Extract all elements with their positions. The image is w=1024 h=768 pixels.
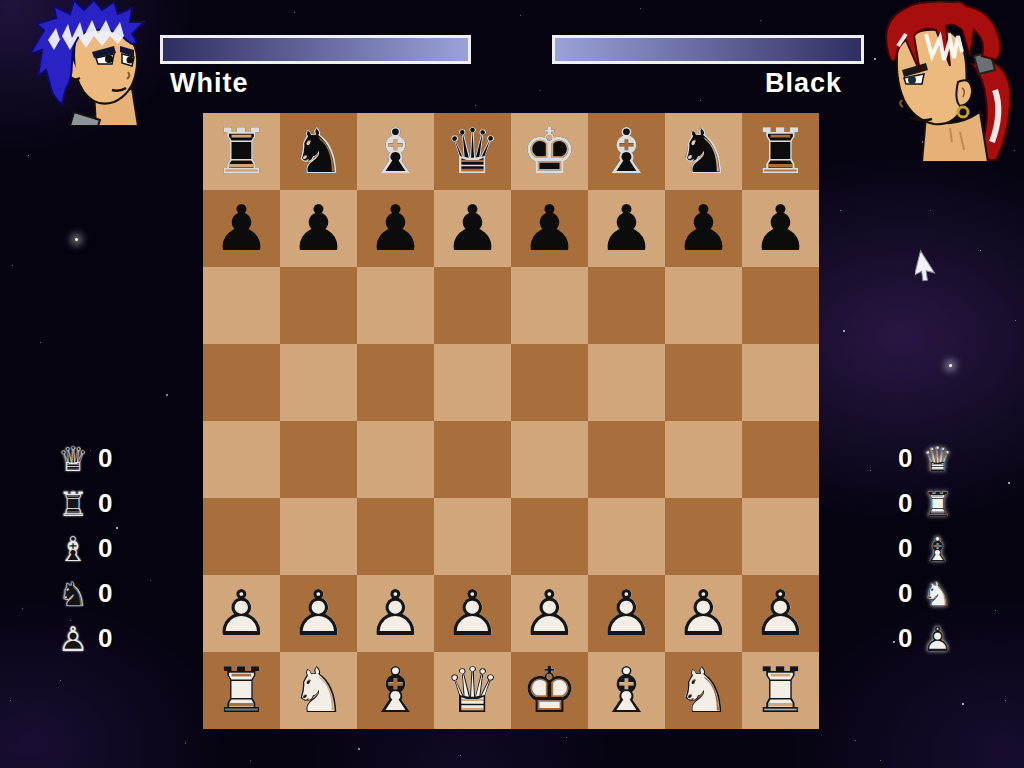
piece-black-pawn: ♟ bbox=[357, 190, 434, 267]
capture-counter-knight: ♞♘0 bbox=[898, 571, 956, 616]
piece-white-rook: ♜♖ bbox=[203, 652, 280, 729]
square-h4[interactable] bbox=[742, 421, 819, 498]
square-g7[interactable]: ♟ bbox=[665, 190, 742, 267]
square-e5[interactable] bbox=[511, 344, 588, 421]
capture-counter-queen: ♛♕0 bbox=[54, 436, 112, 481]
piece-black-rook: ♜♖ bbox=[203, 113, 280, 190]
piece-white-bishop: ♝♗ bbox=[588, 652, 665, 729]
square-e2[interactable]: ♟♙ bbox=[511, 575, 588, 652]
pawn-icon: ♟♙ bbox=[918, 618, 956, 660]
piece-black-pawn: ♟ bbox=[742, 190, 819, 267]
white-player-avatar bbox=[22, 0, 156, 126]
bishop-capture-count: 0 bbox=[98, 533, 112, 564]
piece-white-pawn: ♟♙ bbox=[357, 575, 434, 652]
capture-counter-rook: ♜♖0 bbox=[898, 481, 956, 526]
square-f1[interactable]: ♝♗ bbox=[588, 652, 665, 729]
queen-capture-count: 0 bbox=[98, 443, 112, 474]
square-d8[interactable]: ♛♕ bbox=[434, 113, 511, 190]
square-f3[interactable] bbox=[588, 498, 665, 575]
square-b2[interactable]: ♟♙ bbox=[280, 575, 357, 652]
piece-white-queen: ♛♕ bbox=[434, 652, 511, 729]
square-f4[interactable] bbox=[588, 421, 665, 498]
square-g4[interactable] bbox=[665, 421, 742, 498]
square-g5[interactable] bbox=[665, 344, 742, 421]
chess-game-screen: White Black ♜♖♞♘♝♗♛♕♚♔♝♗♞♘♜♖♟♟♟♟♟♟♟♟♟♙♟♙… bbox=[0, 0, 1024, 768]
rook-capture-count: 0 bbox=[98, 488, 112, 519]
square-c6[interactable] bbox=[357, 267, 434, 344]
capture-counter-knight: ♞♘0 bbox=[54, 571, 112, 616]
rook-icon: ♜♖ bbox=[918, 483, 956, 525]
square-h1[interactable]: ♜♖ bbox=[742, 652, 819, 729]
piece-black-pawn: ♟ bbox=[665, 190, 742, 267]
piece-white-knight: ♞♘ bbox=[665, 652, 742, 729]
piece-black-knight: ♞♘ bbox=[665, 113, 742, 190]
square-h3[interactable] bbox=[742, 498, 819, 575]
capture-counter-bishop: ♝♗0 bbox=[898, 526, 956, 571]
rook-icon: ♜♖ bbox=[54, 483, 92, 525]
square-a4[interactable] bbox=[203, 421, 280, 498]
square-b4[interactable] bbox=[280, 421, 357, 498]
square-h5[interactable] bbox=[742, 344, 819, 421]
piece-white-pawn: ♟♙ bbox=[434, 575, 511, 652]
red-haired-character bbox=[862, 0, 1024, 162]
square-c8[interactable]: ♝♗ bbox=[357, 113, 434, 190]
square-d5[interactable] bbox=[434, 344, 511, 421]
piece-black-rook: ♜♖ bbox=[742, 113, 819, 190]
pawn-icon: ♟♙ bbox=[54, 618, 92, 660]
piece-black-pawn: ♟ bbox=[588, 190, 665, 267]
knight-icon: ♞♘ bbox=[54, 573, 92, 615]
square-d7[interactable]: ♟ bbox=[434, 190, 511, 267]
square-c3[interactable] bbox=[357, 498, 434, 575]
blue-haired-character bbox=[22, 0, 156, 126]
square-e7[interactable]: ♟ bbox=[511, 190, 588, 267]
square-h2[interactable]: ♟♙ bbox=[742, 575, 819, 652]
square-e1[interactable]: ♚♔ bbox=[511, 652, 588, 729]
piece-black-bishop: ♝♗ bbox=[588, 113, 665, 190]
square-f2[interactable]: ♟♙ bbox=[588, 575, 665, 652]
black-capture-counters: ♛♕0♜♖0♝♗0♞♘0♟♙0 bbox=[898, 436, 956, 661]
mouse-arrow-cursor bbox=[915, 249, 943, 287]
capture-counter-pawn: ♟♙0 bbox=[898, 616, 956, 661]
square-a2[interactable]: ♟♙ bbox=[203, 575, 280, 652]
square-a3[interactable] bbox=[203, 498, 280, 575]
square-b3[interactable] bbox=[280, 498, 357, 575]
knight-capture-count: 0 bbox=[98, 578, 112, 609]
square-h7[interactable]: ♟ bbox=[742, 190, 819, 267]
square-e6[interactable] bbox=[511, 267, 588, 344]
earring-icon bbox=[958, 107, 968, 117]
queen-icon: ♛♕ bbox=[918, 438, 956, 480]
bishop-capture-count: 0 bbox=[898, 533, 912, 564]
piece-white-rook: ♜♖ bbox=[742, 652, 819, 729]
square-g6[interactable] bbox=[665, 267, 742, 344]
piece-black-queen: ♛♕ bbox=[434, 113, 511, 190]
square-a6[interactable] bbox=[203, 267, 280, 344]
pawn-capture-count: 0 bbox=[898, 623, 912, 654]
square-c4[interactable] bbox=[357, 421, 434, 498]
piece-black-pawn: ♟ bbox=[434, 190, 511, 267]
square-g3[interactable] bbox=[665, 498, 742, 575]
square-b8[interactable]: ♞♘ bbox=[280, 113, 357, 190]
piece-white-pawn: ♟♙ bbox=[588, 575, 665, 652]
square-f6[interactable] bbox=[588, 267, 665, 344]
square-c7[interactable]: ♟ bbox=[357, 190, 434, 267]
square-h8[interactable]: ♜♖ bbox=[742, 113, 819, 190]
piece-black-knight: ♞♘ bbox=[280, 113, 357, 190]
capture-counter-bishop: ♝♗0 bbox=[54, 526, 112, 571]
square-a5[interactable] bbox=[203, 344, 280, 421]
square-d3[interactable] bbox=[434, 498, 511, 575]
piece-white-pawn: ♟♙ bbox=[742, 575, 819, 652]
square-c5[interactable] bbox=[357, 344, 434, 421]
capture-counter-rook: ♜♖0 bbox=[54, 481, 112, 526]
square-a1[interactable]: ♜♖ bbox=[203, 652, 280, 729]
piece-black-pawn: ♟ bbox=[511, 190, 588, 267]
square-c2[interactable]: ♟♙ bbox=[357, 575, 434, 652]
square-e3[interactable] bbox=[511, 498, 588, 575]
square-e4[interactable] bbox=[511, 421, 588, 498]
square-b6[interactable] bbox=[280, 267, 357, 344]
square-b5[interactable] bbox=[280, 344, 357, 421]
piece-white-king: ♚♔ bbox=[511, 652, 588, 729]
piece-black-bishop: ♝♗ bbox=[357, 113, 434, 190]
piece-black-pawn: ♟ bbox=[280, 190, 357, 267]
queen-icon: ♛♕ bbox=[54, 438, 92, 480]
piece-black-pawn: ♟ bbox=[203, 190, 280, 267]
piece-white-pawn: ♟♙ bbox=[665, 575, 742, 652]
piece-white-pawn: ♟♙ bbox=[280, 575, 357, 652]
black-player-bar bbox=[552, 35, 864, 64]
square-g2[interactable]: ♟♙ bbox=[665, 575, 742, 652]
square-h6[interactable] bbox=[742, 267, 819, 344]
rook-capture-count: 0 bbox=[898, 488, 912, 519]
bishop-icon: ♝♗ bbox=[918, 528, 956, 570]
piece-black-king: ♚♔ bbox=[511, 113, 588, 190]
knight-capture-count: 0 bbox=[898, 578, 912, 609]
square-b7[interactable]: ♟ bbox=[280, 190, 357, 267]
white-player-bar bbox=[160, 35, 471, 64]
square-d4[interactable] bbox=[434, 421, 511, 498]
square-d6[interactable] bbox=[434, 267, 511, 344]
black-player-avatar bbox=[862, 0, 1024, 162]
chess-board: ♜♖♞♘♝♗♛♕♚♔♝♗♞♘♜♖♟♟♟♟♟♟♟♟♟♙♟♙♟♙♟♙♟♙♟♙♟♙♟♙… bbox=[203, 113, 819, 729]
knight-icon: ♞♘ bbox=[918, 573, 956, 615]
pawn-capture-count: 0 bbox=[98, 623, 112, 654]
capture-counter-queen: ♛♕0 bbox=[898, 436, 956, 481]
square-a8[interactable]: ♜♖ bbox=[203, 113, 280, 190]
square-d2[interactable]: ♟♙ bbox=[434, 575, 511, 652]
piece-white-knight: ♞♘ bbox=[280, 652, 357, 729]
black-player-label: Black bbox=[552, 68, 842, 99]
capture-counter-pawn: ♟♙0 bbox=[54, 616, 112, 661]
white-capture-counters: ♛♕0♜♖0♝♗0♞♘0♟♙0 bbox=[54, 436, 112, 661]
square-c1[interactable]: ♝♗ bbox=[357, 652, 434, 729]
piece-white-bishop: ♝♗ bbox=[357, 652, 434, 729]
square-e8[interactable]: ♚♔ bbox=[511, 113, 588, 190]
square-g1[interactable]: ♞♘ bbox=[665, 652, 742, 729]
square-b1[interactable]: ♞♘ bbox=[280, 652, 357, 729]
piece-white-pawn: ♟♙ bbox=[511, 575, 588, 652]
queen-capture-count: 0 bbox=[898, 443, 912, 474]
square-d1[interactable]: ♛♕ bbox=[434, 652, 511, 729]
square-f8[interactable]: ♝♗ bbox=[588, 113, 665, 190]
square-a7[interactable]: ♟ bbox=[203, 190, 280, 267]
white-player-label: White bbox=[170, 68, 249, 99]
bishop-icon: ♝♗ bbox=[54, 528, 92, 570]
piece-white-pawn: ♟♙ bbox=[203, 575, 280, 652]
square-f5[interactable] bbox=[588, 344, 665, 421]
square-f7[interactable]: ♟ bbox=[588, 190, 665, 267]
square-g8[interactable]: ♞♘ bbox=[665, 113, 742, 190]
